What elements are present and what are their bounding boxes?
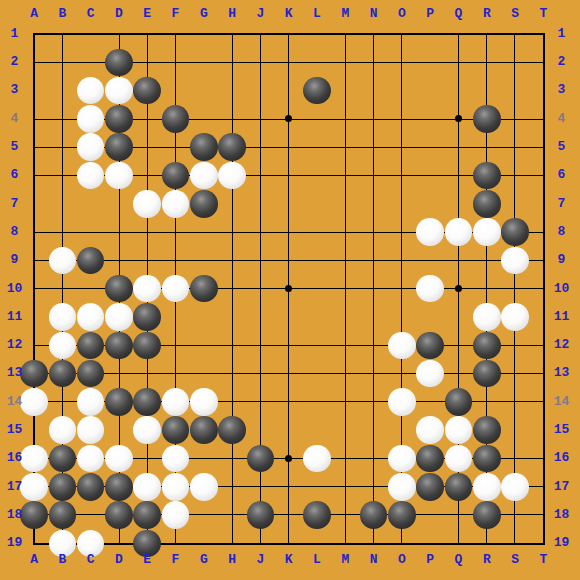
white-stone-C14 <box>77 388 105 416</box>
row-label-16: 16 <box>548 444 575 472</box>
white-stone-Q8 <box>445 218 473 246</box>
white-stone-O12 <box>388 332 416 360</box>
row-label-5: 5 <box>1 133 28 161</box>
row-label-3: 3 <box>548 76 575 104</box>
black-stone-Q17 <box>445 473 473 501</box>
white-stone-C6 <box>77 162 105 190</box>
white-stone-G6 <box>190 162 218 190</box>
white-stone-P8 <box>416 218 444 246</box>
row-label-6: 6 <box>1 161 28 189</box>
black-stone-R6 <box>473 162 501 190</box>
white-stone-G17 <box>190 473 218 501</box>
row-label-2: 2 <box>548 48 575 76</box>
row-label-4: 4 <box>548 105 575 133</box>
black-stone-E3 <box>133 77 161 105</box>
white-stone-E17 <box>133 473 161 501</box>
black-stone-F15 <box>162 416 190 444</box>
white-stone-F18 <box>162 501 190 529</box>
row-label-11: 11 <box>548 303 575 331</box>
row-label-14: 14 <box>1 388 28 416</box>
black-stone-D17 <box>105 473 133 501</box>
black-stone-B17 <box>49 473 77 501</box>
black-stone-B18 <box>49 501 77 529</box>
black-stone-E12 <box>133 332 161 360</box>
white-stone-S17 <box>501 473 529 501</box>
black-stone-D10 <box>105 275 133 303</box>
black-stone-R15 <box>473 416 501 444</box>
column-label-R: R <box>473 3 501 25</box>
row-label-6: 6 <box>548 161 575 189</box>
black-stone-R16 <box>473 445 501 473</box>
row-label-15: 15 <box>1 416 28 444</box>
white-stone-H6 <box>218 162 246 190</box>
white-stone-F17 <box>162 473 190 501</box>
row-label-13: 13 <box>1 359 28 387</box>
white-stone-S11 <box>501 303 529 331</box>
black-stone-D14 <box>105 388 133 416</box>
row-label-3: 3 <box>1 76 28 104</box>
black-stone-F6 <box>162 162 190 190</box>
black-stone-B16 <box>49 445 77 473</box>
white-stone-C4 <box>77 105 105 133</box>
black-stone-C9 <box>77 247 105 275</box>
white-stone-D6 <box>105 162 133 190</box>
black-stone-H5 <box>218 133 246 161</box>
black-stone-O18 <box>388 501 416 529</box>
row-label-7: 7 <box>1 190 28 218</box>
black-stone-P16 <box>416 445 444 473</box>
row-label-18: 18 <box>548 501 575 529</box>
white-stone-D16 <box>105 445 133 473</box>
column-label-M: M <box>331 549 359 571</box>
row-label-5: 5 <box>548 133 575 161</box>
black-stone-D4 <box>105 105 133 133</box>
white-stone-C11 <box>77 303 105 331</box>
column-label-N: N <box>359 549 387 571</box>
column-label-Q: Q <box>444 549 472 571</box>
black-stone-F4 <box>162 105 190 133</box>
star-point-Q4 <box>455 115 462 122</box>
row-labels-right: 12345678910111213141516171819 <box>548 20 575 558</box>
row-label-17: 17 <box>548 473 575 501</box>
white-stone-Q15 <box>445 416 473 444</box>
column-label-P: P <box>416 3 444 25</box>
white-stone-B9 <box>49 247 77 275</box>
column-label-G: G <box>190 3 218 25</box>
row-label-7: 7 <box>548 190 575 218</box>
column-label-H: H <box>218 3 246 25</box>
black-stone-G15 <box>190 416 218 444</box>
black-stone-D12 <box>105 332 133 360</box>
row-label-8: 8 <box>1 218 28 246</box>
row-label-10: 10 <box>548 275 575 303</box>
column-label-O: O <box>388 3 416 25</box>
column-labels-bottom: ABCDEFGHJKLMNOPQRST <box>20 549 558 571</box>
star-point-K4 <box>285 115 292 122</box>
column-label-B: B <box>48 549 76 571</box>
column-label-L: L <box>303 3 331 25</box>
row-label-19: 19 <box>548 529 575 557</box>
black-stone-Q14 <box>445 388 473 416</box>
white-stone-O16 <box>388 445 416 473</box>
row-label-1: 1 <box>1 20 28 48</box>
white-stone-F10 <box>162 275 190 303</box>
black-stone-R13 <box>473 360 501 388</box>
column-label-P: P <box>416 549 444 571</box>
column-label-D: D <box>105 3 133 25</box>
column-label-O: O <box>388 549 416 571</box>
white-stone-B15 <box>49 416 77 444</box>
white-stone-D3 <box>105 77 133 105</box>
row-label-15: 15 <box>548 416 575 444</box>
column-label-S: S <box>501 3 529 25</box>
black-stone-L18 <box>303 501 331 529</box>
black-stone-N18 <box>360 501 388 529</box>
black-stone-R4 <box>473 105 501 133</box>
row-label-13: 13 <box>548 359 575 387</box>
row-label-19: 19 <box>1 529 28 557</box>
column-label-J: J <box>246 549 274 571</box>
row-label-1: 1 <box>548 20 575 48</box>
white-stone-E10 <box>133 275 161 303</box>
column-label-K: K <box>275 549 303 571</box>
white-stone-R11 <box>473 303 501 331</box>
white-stone-P10 <box>416 275 444 303</box>
white-stone-D11 <box>105 303 133 331</box>
row-label-12: 12 <box>548 331 575 359</box>
column-label-R: R <box>473 549 501 571</box>
black-stone-P12 <box>416 332 444 360</box>
white-stone-C5 <box>77 133 105 161</box>
black-stone-R7 <box>473 190 501 218</box>
row-label-4: 4 <box>1 105 28 133</box>
black-stone-C17 <box>77 473 105 501</box>
column-label-H: H <box>218 549 246 571</box>
star-point-K16 <box>285 455 292 462</box>
row-labels-left: 12345678910111213141516171819 <box>1 20 28 558</box>
white-stone-C16 <box>77 445 105 473</box>
black-stone-S8 <box>501 218 529 246</box>
star-point-K10 <box>285 285 292 292</box>
white-stone-P13 <box>416 360 444 388</box>
column-labels-top: ABCDEFGHJKLMNOPQRST <box>20 3 558 25</box>
row-label-16: 16 <box>1 444 28 472</box>
row-label-8: 8 <box>548 218 575 246</box>
row-label-14: 14 <box>548 388 575 416</box>
white-stone-E15 <box>133 416 161 444</box>
black-stone-D18 <box>105 501 133 529</box>
black-stone-B13 <box>49 360 77 388</box>
black-stone-C13 <box>77 360 105 388</box>
white-stone-O17 <box>388 473 416 501</box>
white-stone-F16 <box>162 445 190 473</box>
black-stone-C12 <box>77 332 105 360</box>
row-label-17: 17 <box>1 473 28 501</box>
row-label-11: 11 <box>1 303 28 331</box>
column-label-N: N <box>359 3 387 25</box>
go-board-screen: ABCDEFGHJKLMNOPQRST ABCDEFGHJKLMNOPQRST … <box>0 0 580 580</box>
column-label-C: C <box>76 549 104 571</box>
black-stone-G7 <box>190 190 218 218</box>
column-label-G: G <box>190 549 218 571</box>
row-label-2: 2 <box>1 48 28 76</box>
row-label-12: 12 <box>1 331 28 359</box>
column-label-S: S <box>501 549 529 571</box>
black-stone-J16 <box>247 445 275 473</box>
black-stone-P17 <box>416 473 444 501</box>
white-stone-O14 <box>388 388 416 416</box>
black-stone-E18 <box>133 501 161 529</box>
column-label-Q: Q <box>444 3 472 25</box>
black-stone-D2 <box>105 49 133 77</box>
black-stone-H15 <box>218 416 246 444</box>
column-label-C: C <box>76 3 104 25</box>
column-label-B: B <box>48 3 76 25</box>
column-label-F: F <box>161 3 189 25</box>
row-label-9: 9 <box>548 246 575 274</box>
white-stone-B11 <box>49 303 77 331</box>
row-label-18: 18 <box>1 501 28 529</box>
black-stone-R18 <box>473 501 501 529</box>
column-label-M: M <box>331 3 359 25</box>
white-stone-E7 <box>133 190 161 218</box>
column-label-E: E <box>133 3 161 25</box>
white-stone-S9 <box>501 247 529 275</box>
black-stone-E14 <box>133 388 161 416</box>
column-label-K: K <box>275 3 303 25</box>
column-label-E: E <box>133 549 161 571</box>
black-stone-L3 <box>303 77 331 105</box>
column-label-L: L <box>303 549 331 571</box>
go-board-intersections[interactable] <box>20 20 558 558</box>
black-stone-G5 <box>190 133 218 161</box>
row-label-10: 10 <box>1 275 28 303</box>
black-stone-D5 <box>105 133 133 161</box>
row-label-9: 9 <box>1 246 28 274</box>
black-stone-E11 <box>133 303 161 331</box>
black-stone-J18 <box>247 501 275 529</box>
column-label-F: F <box>161 549 189 571</box>
star-point-Q10 <box>455 285 462 292</box>
column-label-J: J <box>246 3 274 25</box>
column-label-D: D <box>105 549 133 571</box>
white-stone-R17 <box>473 473 501 501</box>
white-stone-Q16 <box>445 445 473 473</box>
white-stone-R8 <box>473 218 501 246</box>
white-stone-C3 <box>77 77 105 105</box>
black-stone-R12 <box>473 332 501 360</box>
white-stone-G14 <box>190 388 218 416</box>
white-stone-F14 <box>162 388 190 416</box>
black-stone-G10 <box>190 275 218 303</box>
white-stone-F7 <box>162 190 190 218</box>
white-stone-B12 <box>49 332 77 360</box>
white-stone-P15 <box>416 416 444 444</box>
white-stone-C15 <box>77 416 105 444</box>
white-stone-L16 <box>303 445 331 473</box>
